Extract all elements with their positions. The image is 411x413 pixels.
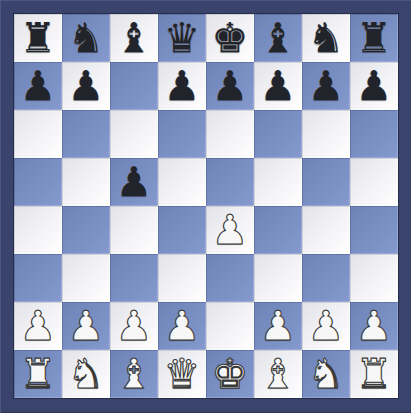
square-h8[interactable]: ♜: [350, 14, 398, 62]
piece-white-pawn-g2[interactable]: ♟: [302, 302, 350, 350]
square-c8[interactable]: ♝: [110, 14, 158, 62]
piece-black-bishop-f8[interactable]: ♝: [254, 14, 302, 62]
piece-white-pawn-a2[interactable]: ♟: [14, 302, 62, 350]
square-h1[interactable]: ♜: [350, 350, 398, 398]
square-h2[interactable]: ♟: [350, 302, 398, 350]
square-c1[interactable]: ♝: [110, 350, 158, 398]
square-e8[interactable]: ♚: [206, 14, 254, 62]
square-d8[interactable]: ♛: [158, 14, 206, 62]
square-d5[interactable]: [158, 158, 206, 206]
square-g3[interactable]: [302, 254, 350, 302]
square-h4[interactable]: [350, 206, 398, 254]
square-a5[interactable]: [14, 158, 62, 206]
square-d6[interactable]: [158, 110, 206, 158]
piece-white-rook-h1[interactable]: ♜: [350, 350, 398, 398]
square-h7[interactable]: ♟: [350, 62, 398, 110]
square-a3[interactable]: [14, 254, 62, 302]
piece-black-pawn-g7[interactable]: ♟: [302, 62, 350, 110]
chess-board-frame: ♜♞♝♛♚♝♞♜♟♟♟♟♟♟♟♟♟♟♟♟♟♟♟♟♜♞♝♛♚♝♞♜: [0, 0, 411, 413]
piece-white-pawn-e4[interactable]: ♟: [206, 206, 254, 254]
square-e4[interactable]: ♟: [206, 206, 254, 254]
square-b7[interactable]: ♟: [62, 62, 110, 110]
square-g4[interactable]: [302, 206, 350, 254]
square-g7[interactable]: ♟: [302, 62, 350, 110]
square-c4[interactable]: [110, 206, 158, 254]
piece-white-knight-b1[interactable]: ♞: [62, 350, 110, 398]
square-c7[interactable]: [110, 62, 158, 110]
square-h3[interactable]: [350, 254, 398, 302]
square-b1[interactable]: ♞: [62, 350, 110, 398]
square-b2[interactable]: ♟: [62, 302, 110, 350]
square-b5[interactable]: [62, 158, 110, 206]
square-a8[interactable]: ♜: [14, 14, 62, 62]
piece-black-rook-a8[interactable]: ♜: [14, 14, 62, 62]
piece-black-rook-h8[interactable]: ♜: [350, 14, 398, 62]
square-d3[interactable]: [158, 254, 206, 302]
piece-black-pawn-c5[interactable]: ♟: [110, 158, 158, 206]
piece-black-king-e8[interactable]: ♚: [206, 14, 254, 62]
square-d4[interactable]: [158, 206, 206, 254]
square-h5[interactable]: [350, 158, 398, 206]
square-a6[interactable]: [14, 110, 62, 158]
piece-black-pawn-h7[interactable]: ♟: [350, 62, 398, 110]
square-c5[interactable]: ♟: [110, 158, 158, 206]
square-c2[interactable]: ♟: [110, 302, 158, 350]
square-a7[interactable]: ♟: [14, 62, 62, 110]
square-g5[interactable]: [302, 158, 350, 206]
piece-white-knight-g1[interactable]: ♞: [302, 350, 350, 398]
piece-white-bishop-f1[interactable]: ♝: [254, 350, 302, 398]
square-f4[interactable]: [254, 206, 302, 254]
piece-white-pawn-c2[interactable]: ♟: [110, 302, 158, 350]
square-a4[interactable]: [14, 206, 62, 254]
square-e6[interactable]: [206, 110, 254, 158]
chess-board: ♜♞♝♛♚♝♞♜♟♟♟♟♟♟♟♟♟♟♟♟♟♟♟♟♜♞♝♛♚♝♞♜: [13, 13, 399, 399]
piece-black-queen-d8[interactable]: ♛: [158, 14, 206, 62]
square-b6[interactable]: [62, 110, 110, 158]
square-f2[interactable]: ♟: [254, 302, 302, 350]
square-b3[interactable]: [62, 254, 110, 302]
square-g6[interactable]: [302, 110, 350, 158]
square-b8[interactable]: ♞: [62, 14, 110, 62]
piece-white-pawn-h2[interactable]: ♟: [350, 302, 398, 350]
square-e5[interactable]: [206, 158, 254, 206]
square-g2[interactable]: ♟: [302, 302, 350, 350]
square-f5[interactable]: [254, 158, 302, 206]
square-f1[interactable]: ♝: [254, 350, 302, 398]
square-f6[interactable]: [254, 110, 302, 158]
piece-black-knight-g8[interactable]: ♞: [302, 14, 350, 62]
square-e2[interactable]: [206, 302, 254, 350]
square-e3[interactable]: [206, 254, 254, 302]
piece-black-pawn-a7[interactable]: ♟: [14, 62, 62, 110]
piece-black-pawn-e7[interactable]: ♟: [206, 62, 254, 110]
piece-white-king-e1[interactable]: ♚: [206, 350, 254, 398]
piece-black-pawn-d7[interactable]: ♟: [158, 62, 206, 110]
piece-black-pawn-b7[interactable]: ♟: [62, 62, 110, 110]
square-d1[interactable]: ♛: [158, 350, 206, 398]
square-c3[interactable]: [110, 254, 158, 302]
square-c6[interactable]: [110, 110, 158, 158]
piece-white-pawn-d2[interactable]: ♟: [158, 302, 206, 350]
piece-black-knight-b8[interactable]: ♞: [62, 14, 110, 62]
piece-black-bishop-c8[interactable]: ♝: [110, 14, 158, 62]
square-d2[interactable]: ♟: [158, 302, 206, 350]
piece-white-queen-d1[interactable]: ♛: [158, 350, 206, 398]
square-e1[interactable]: ♚: [206, 350, 254, 398]
square-a2[interactable]: ♟: [14, 302, 62, 350]
square-f8[interactable]: ♝: [254, 14, 302, 62]
square-h6[interactable]: [350, 110, 398, 158]
square-f3[interactable]: [254, 254, 302, 302]
square-g1[interactable]: ♞: [302, 350, 350, 398]
square-a1[interactable]: ♜: [14, 350, 62, 398]
piece-white-pawn-f2[interactable]: ♟: [254, 302, 302, 350]
piece-white-bishop-c1[interactable]: ♝: [110, 350, 158, 398]
square-e7[interactable]: ♟: [206, 62, 254, 110]
piece-white-rook-a1[interactable]: ♜: [14, 350, 62, 398]
square-g8[interactable]: ♞: [302, 14, 350, 62]
square-d7[interactable]: ♟: [158, 62, 206, 110]
piece-white-pawn-b2[interactable]: ♟: [62, 302, 110, 350]
square-b4[interactable]: [62, 206, 110, 254]
square-f7[interactable]: ♟: [254, 62, 302, 110]
piece-black-pawn-f7[interactable]: ♟: [254, 62, 302, 110]
